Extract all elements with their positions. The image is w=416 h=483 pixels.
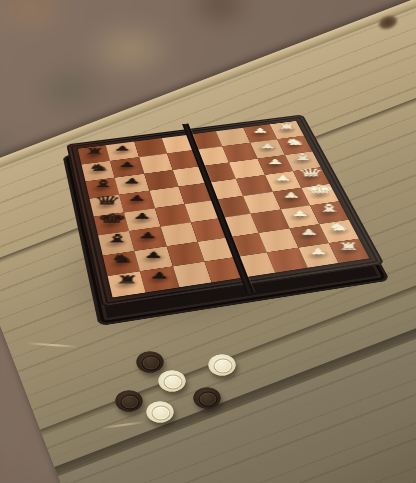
white-pawn[interactable]: ♟ [273, 175, 292, 182]
white-pawn[interactable]: ♟ [290, 210, 310, 218]
white-pawn[interactable]: ♟ [307, 248, 328, 257]
black-pawn[interactable]: ♟ [143, 251, 164, 260]
white-pawn[interactable]: ♟ [258, 143, 276, 150]
white-pawn[interactable]: ♟ [251, 128, 269, 134]
white-rook[interactable]: ♜ [276, 123, 297, 131]
dark-checker[interactable] [137, 352, 164, 373]
black-pawn[interactable]: ♟ [123, 177, 142, 184]
black-bishop[interactable]: ♝ [103, 232, 131, 243]
white-queen[interactable]: ♛ [296, 167, 325, 178]
white-pawn[interactable]: ♟ [298, 228, 318, 236]
white-knight[interactable]: ♞ [283, 137, 306, 145]
black-rook[interactable]: ♜ [114, 274, 140, 285]
square[interactable] [243, 192, 280, 214]
white-bishop[interactable]: ♝ [290, 152, 316, 161]
white-pawn[interactable]: ♟ [281, 192, 300, 200]
chess-board-grid: ♜♟♟♜♞♟♟♞♝♟♟♝♛♟♟♛♚♟♟♚♝♟♟♝♞♟♟♞♜♟♟♜ [78, 121, 369, 298]
black-queen[interactable]: ♛ [92, 195, 122, 207]
chess-board-wrap: ♜♟♟♜♞♟♟♞♝♟♟♝♛♟♟♛♚♟♟♚♝♟♟♝♞♟♟♞♜♟♟♜ [82, 68, 346, 332]
black-rook[interactable]: ♜ [83, 147, 105, 155]
black-knight[interactable]: ♞ [108, 253, 135, 264]
black-pawn[interactable]: ♟ [114, 145, 132, 152]
photo-scene: ♜♟♟♜♞♟♟♞♝♟♟♝♛♟♟♛♚♟♟♚♝♟♟♝♞♟♟♞♜♟♟♜ [0, 0, 416, 483]
white-king[interactable]: ♚ [304, 183, 336, 195]
square[interactable]: ♞ [319, 220, 359, 244]
dark-checker[interactable] [194, 388, 221, 409]
white-knight[interactable]: ♞ [325, 221, 352, 231]
light-checker[interactable] [159, 371, 186, 392]
white-pawn[interactable]: ♟ [266, 158, 284, 165]
black-bishop[interactable]: ♝ [90, 179, 117, 189]
light-checker[interactable] [147, 402, 174, 423]
square[interactable]: ♚ [301, 184, 339, 206]
black-pawn[interactable]: ♟ [118, 161, 137, 168]
folding-chess-board: ♜♟♟♜♞♟♟♞♝♟♟♝♛♟♟♛♚♟♟♚♝♟♟♝♞♟♟♞♜♟♟♜ [66, 115, 384, 308]
black-pawn[interactable]: ♟ [149, 271, 170, 280]
white-rook[interactable]: ♜ [336, 241, 361, 251]
white-bishop[interactable]: ♝ [315, 202, 343, 213]
black-knight[interactable]: ♞ [86, 163, 111, 172]
light-checker[interactable] [209, 355, 236, 376]
black-pawn[interactable]: ♟ [128, 195, 147, 203]
dark-checker[interactable] [116, 391, 143, 412]
black-pawn[interactable]: ♟ [133, 212, 153, 220]
black-pawn[interactable]: ♟ [138, 231, 158, 239]
